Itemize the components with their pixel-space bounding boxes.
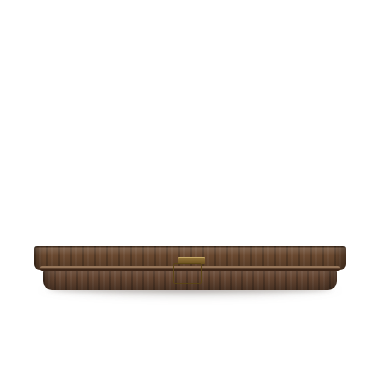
product-photo — [0, 0, 380, 380]
brass-clasp — [173, 263, 202, 284]
